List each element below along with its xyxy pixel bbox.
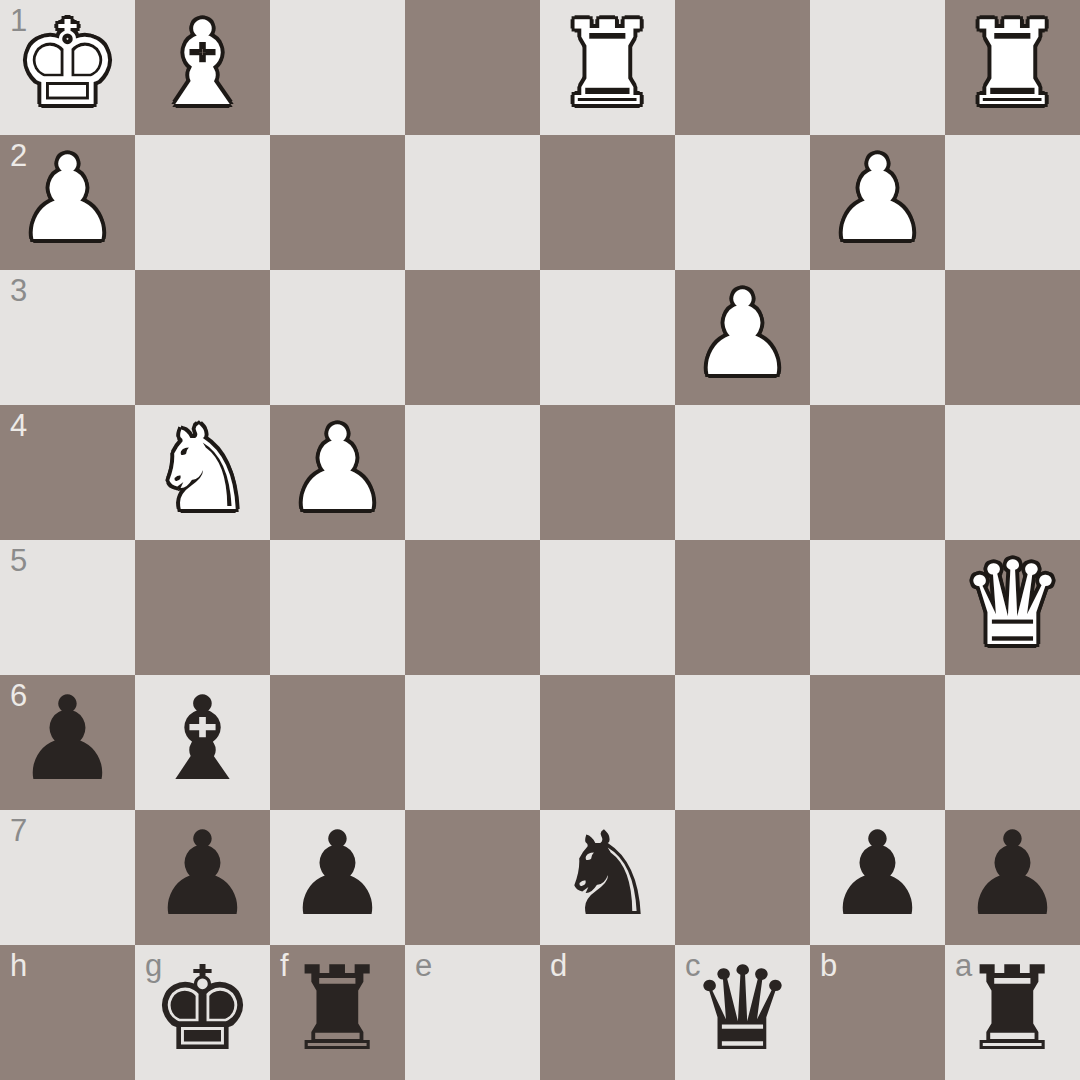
square-h5[interactable]: 5 bbox=[0, 540, 135, 675]
square-g4[interactable]: ♞ bbox=[135, 405, 270, 540]
square-b7[interactable]: ♟ bbox=[810, 810, 945, 945]
square-g6[interactable]: ♝ bbox=[135, 675, 270, 810]
piece-white-pawn[interactable]: ♟ bbox=[16, 141, 120, 257]
rank-label-3: 3 bbox=[10, 275, 27, 306]
rank-label-4: 4 bbox=[10, 410, 27, 441]
piece-black-queen[interactable]: ♛ bbox=[691, 951, 795, 1067]
square-f4[interactable]: ♟ bbox=[270, 405, 405, 540]
piece-white-knight[interactable]: ♞ bbox=[151, 411, 255, 527]
square-c6[interactable] bbox=[675, 675, 810, 810]
square-g5[interactable] bbox=[135, 540, 270, 675]
square-d5[interactable] bbox=[540, 540, 675, 675]
rank-label-5: 5 bbox=[10, 545, 27, 576]
square-d6[interactable] bbox=[540, 675, 675, 810]
square-h3[interactable]: 3 bbox=[0, 270, 135, 405]
piece-black-pawn[interactable]: ♟ bbox=[961, 816, 1065, 932]
piece-white-queen[interactable]: ♛ bbox=[961, 546, 1065, 662]
square-e3[interactable] bbox=[405, 270, 540, 405]
square-d7[interactable]: ♞ bbox=[540, 810, 675, 945]
square-d1[interactable]: ♜ bbox=[540, 0, 675, 135]
square-h8[interactable]: h bbox=[0, 945, 135, 1080]
piece-white-pawn[interactable]: ♟ bbox=[286, 411, 390, 527]
square-h7[interactable]: 7 bbox=[0, 810, 135, 945]
square-c1[interactable] bbox=[675, 0, 810, 135]
square-g8[interactable]: g♚ bbox=[135, 945, 270, 1080]
piece-white-rook[interactable]: ♜ bbox=[556, 6, 660, 122]
square-h6[interactable]: 6♟ bbox=[0, 675, 135, 810]
square-e7[interactable] bbox=[405, 810, 540, 945]
file-label-b: b bbox=[820, 950, 837, 981]
square-a8[interactable]: a♜ bbox=[945, 945, 1080, 1080]
piece-black-bishop[interactable]: ♝ bbox=[151, 681, 255, 797]
square-b2[interactable]: ♟ bbox=[810, 135, 945, 270]
square-c4[interactable] bbox=[675, 405, 810, 540]
square-d2[interactable] bbox=[540, 135, 675, 270]
square-f8[interactable]: f♜ bbox=[270, 945, 405, 1080]
piece-white-rook[interactable]: ♜ bbox=[961, 6, 1065, 122]
square-g2[interactable] bbox=[135, 135, 270, 270]
square-c8[interactable]: c♛ bbox=[675, 945, 810, 1080]
square-a4[interactable] bbox=[945, 405, 1080, 540]
square-e8[interactable]: e bbox=[405, 945, 540, 1080]
square-c2[interactable] bbox=[675, 135, 810, 270]
file-label-h: h bbox=[10, 950, 27, 981]
square-g7[interactable]: ♟ bbox=[135, 810, 270, 945]
piece-black-king[interactable]: ♚ bbox=[151, 951, 255, 1067]
square-g3[interactable] bbox=[135, 270, 270, 405]
square-h2[interactable]: 2♟ bbox=[0, 135, 135, 270]
square-b5[interactable] bbox=[810, 540, 945, 675]
piece-black-pawn[interactable]: ♟ bbox=[16, 681, 120, 797]
square-f7[interactable]: ♟ bbox=[270, 810, 405, 945]
square-e1[interactable] bbox=[405, 0, 540, 135]
square-b4[interactable] bbox=[810, 405, 945, 540]
chess-board: 1♚♝♜♜2♟♟3♟4♞♟5♛6♟♝7♟♟♞♟♟hg♚f♜edc♛ba♜ bbox=[0, 0, 1080, 1080]
square-b3[interactable] bbox=[810, 270, 945, 405]
square-d8[interactable]: d bbox=[540, 945, 675, 1080]
square-a5[interactable]: ♛ bbox=[945, 540, 1080, 675]
square-e2[interactable] bbox=[405, 135, 540, 270]
square-f6[interactable] bbox=[270, 675, 405, 810]
piece-black-pawn[interactable]: ♟ bbox=[286, 816, 390, 932]
square-e6[interactable] bbox=[405, 675, 540, 810]
file-label-e: e bbox=[415, 950, 432, 981]
square-d3[interactable] bbox=[540, 270, 675, 405]
piece-white-bishop[interactable]: ♝ bbox=[151, 6, 255, 122]
square-f3[interactable] bbox=[270, 270, 405, 405]
piece-black-rook[interactable]: ♜ bbox=[286, 951, 390, 1067]
square-d4[interactable] bbox=[540, 405, 675, 540]
square-e4[interactable] bbox=[405, 405, 540, 540]
square-b1[interactable] bbox=[810, 0, 945, 135]
square-e5[interactable] bbox=[405, 540, 540, 675]
square-b6[interactable] bbox=[810, 675, 945, 810]
piece-black-pawn[interactable]: ♟ bbox=[151, 816, 255, 932]
piece-white-pawn[interactable]: ♟ bbox=[826, 141, 930, 257]
square-c3[interactable]: ♟ bbox=[675, 270, 810, 405]
square-a2[interactable] bbox=[945, 135, 1080, 270]
square-g1[interactable]: ♝ bbox=[135, 0, 270, 135]
piece-white-pawn[interactable]: ♟ bbox=[691, 276, 795, 392]
square-c7[interactable] bbox=[675, 810, 810, 945]
square-f2[interactable] bbox=[270, 135, 405, 270]
square-a7[interactable]: ♟ bbox=[945, 810, 1080, 945]
square-h1[interactable]: 1♚ bbox=[0, 0, 135, 135]
square-b8[interactable]: b bbox=[810, 945, 945, 1080]
square-a1[interactable]: ♜ bbox=[945, 0, 1080, 135]
piece-black-pawn[interactable]: ♟ bbox=[826, 816, 930, 932]
piece-black-knight[interactable]: ♞ bbox=[556, 816, 660, 932]
piece-white-king[interactable]: ♚ bbox=[16, 6, 120, 122]
square-f5[interactable] bbox=[270, 540, 405, 675]
file-label-d: d bbox=[550, 950, 567, 981]
square-f1[interactable] bbox=[270, 0, 405, 135]
square-h4[interactable]: 4 bbox=[0, 405, 135, 540]
rank-label-7: 7 bbox=[10, 815, 27, 846]
square-a3[interactable] bbox=[945, 270, 1080, 405]
square-a6[interactable] bbox=[945, 675, 1080, 810]
piece-black-rook[interactable]: ♜ bbox=[961, 951, 1065, 1067]
square-c5[interactable] bbox=[675, 540, 810, 675]
